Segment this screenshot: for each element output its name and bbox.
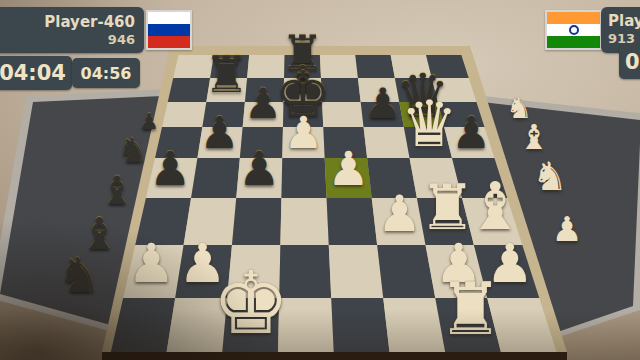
piece-black-pawn[interactable]: ♟ (197, 111, 241, 155)
piece-white-pawn[interactable]: ♟ (325, 146, 372, 193)
pieces-layer: ♜♜♟♟♚♟♛♟♟♛♟♟♟♟♟♜♝♟♟♟♟♚♜♟♞♝♝♞♞♝♞♟ (0, 0, 640, 360)
captured-black-knight: ♞ (55, 251, 103, 299)
piece-black-pawn[interactable]: ♟ (449, 111, 493, 155)
piece-white-bishop[interactable]: ♝ (462, 174, 528, 240)
captured-white-bishop: ♝ (517, 120, 552, 155)
captured-white-pawn: ♟ (550, 212, 584, 246)
captured-black-bishop: ♝ (97, 171, 136, 210)
piece-black-pawn[interactable]: ♟ (147, 146, 194, 193)
piece-white-rook[interactable]: ♜ (434, 273, 506, 345)
piece-white-pawn[interactable]: ♟ (125, 237, 179, 291)
captured-white-knight: ♞ (530, 157, 569, 196)
piece-white-king[interactable]: ♚ (207, 260, 294, 347)
piece-black-pawn[interactable]: ♟ (236, 146, 283, 193)
captured-black-knight: ♞ (116, 134, 150, 168)
captured-black-pawn: ♟ (138, 111, 160, 133)
piece-white-pawn[interactable]: ♟ (281, 111, 325, 155)
